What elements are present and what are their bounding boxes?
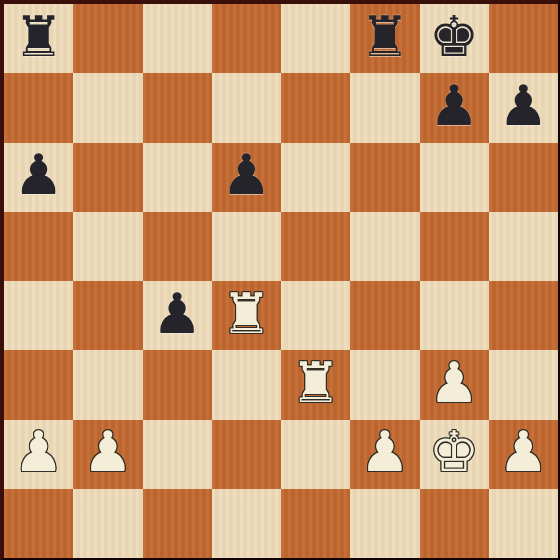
square-b7[interactable]: [73, 73, 142, 142]
square-c2[interactable]: [143, 420, 212, 489]
square-f3[interactable]: [350, 350, 419, 419]
square-f5[interactable]: [350, 212, 419, 281]
square-e3[interactable]: ♜: [281, 350, 350, 419]
square-h1[interactable]: [489, 489, 558, 558]
square-f4[interactable]: [350, 281, 419, 350]
square-h3[interactable]: [489, 350, 558, 419]
square-a4[interactable]: [4, 281, 73, 350]
square-d1[interactable]: [212, 489, 281, 558]
white-king-g2: ♚: [429, 424, 479, 480]
black-king-g8: ♚: [429, 9, 479, 65]
square-f7[interactable]: [350, 73, 419, 142]
square-a1[interactable]: [4, 489, 73, 558]
square-d8[interactable]: [212, 4, 281, 73]
white-pawn-g3: ♟: [429, 355, 479, 411]
square-g3[interactable]: ♟: [420, 350, 489, 419]
square-b3[interactable]: [73, 350, 142, 419]
square-f8[interactable]: ♜: [350, 4, 419, 73]
square-f2[interactable]: ♟: [350, 420, 419, 489]
square-a5[interactable]: [4, 212, 73, 281]
black-pawn-g7: ♟: [429, 78, 479, 134]
square-h7[interactable]: ♟: [489, 73, 558, 142]
square-h2[interactable]: ♟: [489, 420, 558, 489]
square-g5[interactable]: [420, 212, 489, 281]
square-h8[interactable]: [489, 4, 558, 73]
square-h6[interactable]: [489, 143, 558, 212]
square-e7[interactable]: [281, 73, 350, 142]
square-f6[interactable]: [350, 143, 419, 212]
square-f1[interactable]: [350, 489, 419, 558]
black-pawn-a6: ♟: [14, 147, 64, 203]
black-pawn-c4: ♟: [152, 286, 202, 342]
black-pawn-h7: ♟: [498, 78, 548, 134]
square-c6[interactable]: [143, 143, 212, 212]
square-c3[interactable]: [143, 350, 212, 419]
square-a7[interactable]: [4, 73, 73, 142]
square-e4[interactable]: [281, 281, 350, 350]
square-g4[interactable]: [420, 281, 489, 350]
square-g2[interactable]: ♚: [420, 420, 489, 489]
square-e5[interactable]: [281, 212, 350, 281]
square-g8[interactable]: ♚: [420, 4, 489, 73]
square-h5[interactable]: [489, 212, 558, 281]
square-c7[interactable]: [143, 73, 212, 142]
square-e6[interactable]: [281, 143, 350, 212]
square-g7[interactable]: ♟: [420, 73, 489, 142]
white-pawn-f2: ♟: [360, 424, 410, 480]
square-a3[interactable]: [4, 350, 73, 419]
square-g1[interactable]: [420, 489, 489, 558]
square-d2[interactable]: [212, 420, 281, 489]
chess-board-frame: ♜♜♚♟♟♟♟♟♜♜♟♟♟♟♚♟: [0, 0, 560, 560]
square-a8[interactable]: ♜: [4, 4, 73, 73]
square-c1[interactable]: [143, 489, 212, 558]
black-rook-f8: ♜: [360, 9, 410, 65]
square-e2[interactable]: [281, 420, 350, 489]
square-d3[interactable]: [212, 350, 281, 419]
square-a6[interactable]: ♟: [4, 143, 73, 212]
square-b4[interactable]: [73, 281, 142, 350]
square-b2[interactable]: ♟: [73, 420, 142, 489]
white-rook-d4: ♜: [221, 286, 271, 342]
square-b6[interactable]: [73, 143, 142, 212]
white-rook-e3: ♜: [291, 355, 341, 411]
square-b5[interactable]: [73, 212, 142, 281]
square-c5[interactable]: [143, 212, 212, 281]
chess-board: ♜♜♚♟♟♟♟♟♜♜♟♟♟♟♚♟: [4, 4, 558, 558]
black-pawn-d6: ♟: [221, 147, 271, 203]
square-g6[interactable]: [420, 143, 489, 212]
square-a2[interactable]: ♟: [4, 420, 73, 489]
square-h4[interactable]: [489, 281, 558, 350]
square-b1[interactable]: [73, 489, 142, 558]
square-e1[interactable]: [281, 489, 350, 558]
square-d6[interactable]: ♟: [212, 143, 281, 212]
square-c8[interactable]: [143, 4, 212, 73]
white-pawn-h2: ♟: [498, 424, 548, 480]
square-d4[interactable]: ♜: [212, 281, 281, 350]
square-c4[interactable]: ♟: [143, 281, 212, 350]
square-b8[interactable]: [73, 4, 142, 73]
white-pawn-b2: ♟: [83, 424, 133, 480]
square-d7[interactable]: [212, 73, 281, 142]
square-e8[interactable]: [281, 4, 350, 73]
white-pawn-a2: ♟: [14, 424, 64, 480]
black-rook-a8: ♜: [14, 9, 64, 65]
square-d5[interactable]: [212, 212, 281, 281]
